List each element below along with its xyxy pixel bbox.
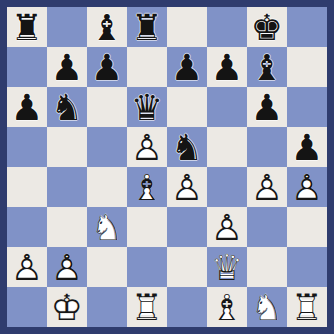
black-rook-glyph: ♜	[7, 7, 47, 47]
black-bishop[interactable]: ♝	[247, 47, 287, 87]
black-pawn[interactable]: ♟	[207, 47, 247, 87]
black-knight[interactable]: ♞	[167, 127, 207, 167]
board-frame: ♜♝♜♚♟♟♟♟♝♟♞♛♟♟♙♞♟♝♗♟♙♟♙♟♙♞♘♟♙♟♙♟♙♛♕♚♔♜♖♝…	[0, 0, 334, 334]
square-d1[interactable]: ♜♖	[127, 287, 167, 327]
square-g5[interactable]	[247, 127, 287, 167]
black-bishop-glyph: ♝	[247, 47, 287, 87]
square-g7[interactable]: ♝	[247, 47, 287, 87]
black-king[interactable]: ♚	[247, 7, 287, 47]
square-d4[interactable]: ♝♗	[127, 167, 167, 207]
white-king-outline-glyph: ♔	[47, 287, 87, 327]
square-d5[interactable]: ♟♙	[127, 127, 167, 167]
white-pawn[interactable]: ♟♙	[207, 207, 247, 247]
square-f1[interactable]: ♝♗	[207, 287, 247, 327]
white-bishop[interactable]: ♝♗	[207, 287, 247, 327]
white-pawn[interactable]: ♟♙	[7, 247, 47, 287]
white-pawn-outline-glyph: ♙	[247, 167, 287, 207]
square-f6[interactable]	[207, 87, 247, 127]
square-b7[interactable]: ♟	[47, 47, 87, 87]
square-f8[interactable]	[207, 7, 247, 47]
square-c6[interactable]	[87, 87, 127, 127]
white-pawn[interactable]: ♟♙	[167, 167, 207, 207]
black-knight[interactable]: ♞	[47, 87, 87, 127]
white-rook-outline-glyph: ♖	[287, 287, 327, 327]
square-e3[interactable]	[167, 207, 207, 247]
white-pawn-outline-glyph: ♙	[7, 247, 47, 287]
square-d6[interactable]: ♛	[127, 87, 167, 127]
white-bishop-outline-glyph: ♗	[127, 167, 167, 207]
square-e4[interactable]: ♟♙	[167, 167, 207, 207]
square-a2[interactable]: ♟♙	[7, 247, 47, 287]
black-bishop-glyph: ♝	[87, 7, 127, 47]
black-pawn-glyph: ♟	[287, 127, 327, 167]
chess-board: ♜♝♜♚♟♟♟♟♝♟♞♛♟♟♙♞♟♝♗♟♙♟♙♟♙♞♘♟♙♟♙♟♙♛♕♚♔♜♖♝…	[7, 7, 327, 327]
square-a7[interactable]	[7, 47, 47, 87]
black-king-glyph: ♚	[247, 7, 287, 47]
white-knight[interactable]: ♞♘	[87, 207, 127, 247]
black-bishop[interactable]: ♝	[87, 7, 127, 47]
white-rook[interactable]: ♜♖	[127, 287, 167, 327]
square-g2[interactable]	[247, 247, 287, 287]
white-pawn-outline-glyph: ♙	[167, 167, 207, 207]
black-pawn[interactable]: ♟	[7, 87, 47, 127]
square-c1[interactable]	[87, 287, 127, 327]
black-pawn[interactable]: ♟	[247, 87, 287, 127]
white-knight-outline-glyph: ♘	[87, 207, 127, 247]
square-b1[interactable]: ♚♔	[47, 287, 87, 327]
square-h6[interactable]	[287, 87, 327, 127]
black-pawn-glyph: ♟	[207, 47, 247, 87]
square-b5[interactable]	[47, 127, 87, 167]
black-pawn-glyph: ♟	[7, 87, 47, 127]
square-g6[interactable]: ♟	[247, 87, 287, 127]
black-pawn[interactable]: ♟	[167, 47, 207, 87]
black-pawn[interactable]: ♟	[87, 47, 127, 87]
white-rook-outline-glyph: ♖	[127, 287, 167, 327]
black-queen[interactable]: ♛	[127, 87, 167, 127]
white-bishop[interactable]: ♝♗	[127, 167, 167, 207]
black-knight-glyph: ♞	[167, 127, 207, 167]
square-e8[interactable]	[167, 7, 207, 47]
white-king[interactable]: ♚♔	[47, 287, 87, 327]
square-e5[interactable]: ♞	[167, 127, 207, 167]
white-bishop-outline-glyph: ♗	[207, 287, 247, 327]
square-a4[interactable]	[7, 167, 47, 207]
square-c2[interactable]	[87, 247, 127, 287]
white-pawn-outline-glyph: ♙	[47, 247, 87, 287]
square-d7[interactable]	[127, 47, 167, 87]
square-c5[interactable]	[87, 127, 127, 167]
black-rook[interactable]: ♜	[127, 7, 167, 47]
square-b2[interactable]: ♟♙	[47, 247, 87, 287]
square-b4[interactable]	[47, 167, 87, 207]
square-h4[interactable]: ♟♙	[287, 167, 327, 207]
square-c4[interactable]	[87, 167, 127, 207]
square-h7[interactable]	[287, 47, 327, 87]
square-d8[interactable]: ♜	[127, 7, 167, 47]
white-pawn[interactable]: ♟♙	[287, 167, 327, 207]
square-e1[interactable]	[167, 287, 207, 327]
square-h2[interactable]	[287, 247, 327, 287]
white-pawn[interactable]: ♟♙	[247, 167, 287, 207]
square-f4[interactable]	[207, 167, 247, 207]
square-h8[interactable]	[287, 7, 327, 47]
white-pawn[interactable]: ♟♙	[47, 247, 87, 287]
black-rook-glyph: ♜	[127, 7, 167, 47]
black-pawn-glyph: ♟	[247, 87, 287, 127]
square-a8[interactable]: ♜	[7, 7, 47, 47]
square-c7[interactable]: ♟	[87, 47, 127, 87]
black-pawn[interactable]: ♟	[47, 47, 87, 87]
white-knight[interactable]: ♞♘	[247, 287, 287, 327]
square-g1[interactable]: ♞♘	[247, 287, 287, 327]
square-f7[interactable]: ♟	[207, 47, 247, 87]
square-a3[interactable]	[7, 207, 47, 247]
black-pawn-glyph: ♟	[47, 47, 87, 87]
white-pawn-outline-glyph: ♙	[287, 167, 327, 207]
square-d2[interactable]	[127, 247, 167, 287]
black-pawn[interactable]: ♟	[287, 127, 327, 167]
square-d3[interactable]	[127, 207, 167, 247]
white-knight-outline-glyph: ♘	[247, 287, 287, 327]
square-e6[interactable]	[167, 87, 207, 127]
square-a6[interactable]: ♟	[7, 87, 47, 127]
white-pawn-outline-glyph: ♙	[207, 207, 247, 247]
square-h1[interactable]: ♜♖	[287, 287, 327, 327]
white-pawn-outline-glyph: ♙	[127, 127, 167, 167]
square-h5[interactable]: ♟	[287, 127, 327, 167]
square-e2[interactable]	[167, 247, 207, 287]
black-knight-glyph: ♞	[47, 87, 87, 127]
black-rook[interactable]: ♜	[7, 7, 47, 47]
square-c3[interactable]: ♞♘	[87, 207, 127, 247]
square-a1[interactable]	[7, 287, 47, 327]
square-c8[interactable]: ♝	[87, 7, 127, 47]
white-queen[interactable]: ♛♕	[207, 247, 247, 287]
white-pawn[interactable]: ♟♙	[127, 127, 167, 167]
square-g3[interactable]	[247, 207, 287, 247]
square-f5[interactable]	[207, 127, 247, 167]
square-b8[interactable]	[47, 7, 87, 47]
square-f3[interactable]: ♟♙	[207, 207, 247, 247]
square-g8[interactable]: ♚	[247, 7, 287, 47]
square-h3[interactable]	[287, 207, 327, 247]
square-f2[interactable]: ♛♕	[207, 247, 247, 287]
black-pawn-glyph: ♟	[167, 47, 207, 87]
black-pawn-glyph: ♟	[87, 47, 127, 87]
black-queen-glyph: ♛	[127, 87, 167, 127]
square-e7[interactable]: ♟	[167, 47, 207, 87]
square-a5[interactable]	[7, 127, 47, 167]
square-g4[interactable]: ♟♙	[247, 167, 287, 207]
square-b3[interactable]	[47, 207, 87, 247]
square-b6[interactable]: ♞	[47, 87, 87, 127]
white-queen-outline-glyph: ♕	[207, 247, 247, 287]
white-rook[interactable]: ♜♖	[287, 287, 327, 327]
